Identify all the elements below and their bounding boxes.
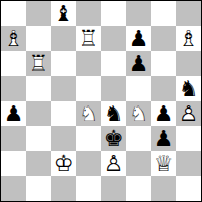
piece-outline: ♖ (29, 51, 49, 76)
square-f4[interactable]: ♞♘ (126, 101, 151, 126)
square-g1[interactable] (151, 176, 176, 201)
white-knight: ♞♘ (129, 101, 149, 126)
square-f5[interactable] (126, 76, 151, 101)
square-g7[interactable] (151, 26, 176, 51)
piece-outline: ♖ (79, 26, 99, 51)
square-c1[interactable] (51, 176, 76, 201)
square-c4[interactable] (51, 101, 76, 126)
square-h8[interactable] (176, 1, 201, 26)
square-d8[interactable] (76, 1, 101, 26)
square-h7[interactable]: ♝♗ (176, 26, 201, 51)
square-c8[interactable]: ♝ (51, 1, 76, 26)
black-pawn: ♟ (4, 101, 24, 126)
piece-outline: ♗ (179, 26, 199, 51)
white-rook: ♜♖ (79, 26, 99, 51)
white-king: ♚♔ (54, 151, 74, 176)
square-g4[interactable]: ♟ (151, 101, 176, 126)
square-f7[interactable]: ♟ (126, 26, 151, 51)
square-a2[interactable] (1, 151, 26, 176)
piece-outline: ♗ (4, 26, 24, 51)
square-a6[interactable] (1, 51, 26, 76)
white-pawn: ♟♙ (104, 151, 124, 176)
square-d1[interactable] (76, 176, 101, 201)
square-b6[interactable]: ♜♖ (26, 51, 51, 76)
square-e2[interactable]: ♟♙ (101, 151, 126, 176)
piece-outline: ♙ (104, 151, 124, 176)
black-pawn: ♟ (154, 126, 174, 151)
square-a8[interactable] (1, 1, 26, 26)
square-c7[interactable] (51, 26, 76, 51)
square-b3[interactable] (26, 126, 51, 151)
white-bishop: ♝♗ (4, 26, 24, 51)
black-pawn: ♟ (154, 101, 174, 126)
square-e1[interactable] (101, 176, 126, 201)
chess-diagram: ♝♝♗♜♖♟♝♗♜♖♟♞♟♞♘♞♞♘♟♟♙♚♟♚♔♟♙♛♕ (0, 0, 202, 202)
square-h4[interactable]: ♟♙ (176, 101, 201, 126)
square-e8[interactable] (101, 1, 126, 26)
square-d7[interactable]: ♜♖ (76, 26, 101, 51)
square-a5[interactable] (1, 76, 26, 101)
square-a7[interactable]: ♝♗ (1, 26, 26, 51)
black-bishop: ♝ (54, 1, 74, 26)
square-e4[interactable]: ♞ (101, 101, 126, 126)
piece-outline: ♘ (129, 101, 149, 126)
black-knight: ♞ (104, 101, 124, 126)
square-b8[interactable] (26, 1, 51, 26)
square-g5[interactable] (151, 76, 176, 101)
square-d2[interactable] (76, 151, 101, 176)
square-g2[interactable]: ♛♕ (151, 151, 176, 176)
black-pawn: ♟ (129, 51, 149, 76)
square-e3[interactable]: ♚ (101, 126, 126, 151)
square-b7[interactable] (26, 26, 51, 51)
white-bishop: ♝♗ (179, 26, 199, 51)
square-c5[interactable] (51, 76, 76, 101)
chess-board: ♝♝♗♜♖♟♝♗♜♖♟♞♟♞♘♞♞♘♟♟♙♚♟♚♔♟♙♛♕ (0, 0, 202, 202)
square-h2[interactable] (176, 151, 201, 176)
square-f2[interactable] (126, 151, 151, 176)
square-c2[interactable]: ♚♔ (51, 151, 76, 176)
square-e6[interactable] (101, 51, 126, 76)
white-knight: ♞♘ (79, 101, 99, 126)
square-h1[interactable] (176, 176, 201, 201)
square-a3[interactable] (1, 126, 26, 151)
square-e7[interactable] (101, 26, 126, 51)
square-b1[interactable] (26, 176, 51, 201)
piece-outline: ♙ (179, 101, 199, 126)
square-d6[interactable] (76, 51, 101, 76)
square-d5[interactable] (76, 76, 101, 101)
square-b4[interactable] (26, 101, 51, 126)
square-e5[interactable] (101, 76, 126, 101)
square-f8[interactable] (126, 1, 151, 26)
piece-outline: ♘ (79, 101, 99, 126)
piece-outline: ♔ (54, 151, 74, 176)
square-b2[interactable] (26, 151, 51, 176)
square-f1[interactable] (126, 176, 151, 201)
white-rook: ♜♖ (29, 51, 49, 76)
square-c6[interactable] (51, 51, 76, 76)
square-h5[interactable]: ♞ (176, 76, 201, 101)
white-pawn: ♟♙ (179, 101, 199, 126)
black-knight: ♞ (179, 76, 199, 101)
square-f3[interactable] (126, 126, 151, 151)
square-d4[interactable]: ♞♘ (76, 101, 101, 126)
square-c3[interactable] (51, 126, 76, 151)
square-a1[interactable] (1, 176, 26, 201)
square-g8[interactable] (151, 1, 176, 26)
black-king: ♚ (104, 126, 124, 151)
square-h3[interactable] (176, 126, 201, 151)
square-h6[interactable] (176, 51, 201, 76)
black-pawn: ♟ (129, 26, 149, 51)
square-d3[interactable] (76, 126, 101, 151)
square-f6[interactable]: ♟ (126, 51, 151, 76)
square-b5[interactable] (26, 76, 51, 101)
square-g6[interactable] (151, 51, 176, 76)
square-a4[interactable]: ♟ (1, 101, 26, 126)
piece-outline: ♕ (154, 151, 174, 176)
white-queen: ♛♕ (154, 151, 174, 176)
square-g3[interactable]: ♟ (151, 126, 176, 151)
